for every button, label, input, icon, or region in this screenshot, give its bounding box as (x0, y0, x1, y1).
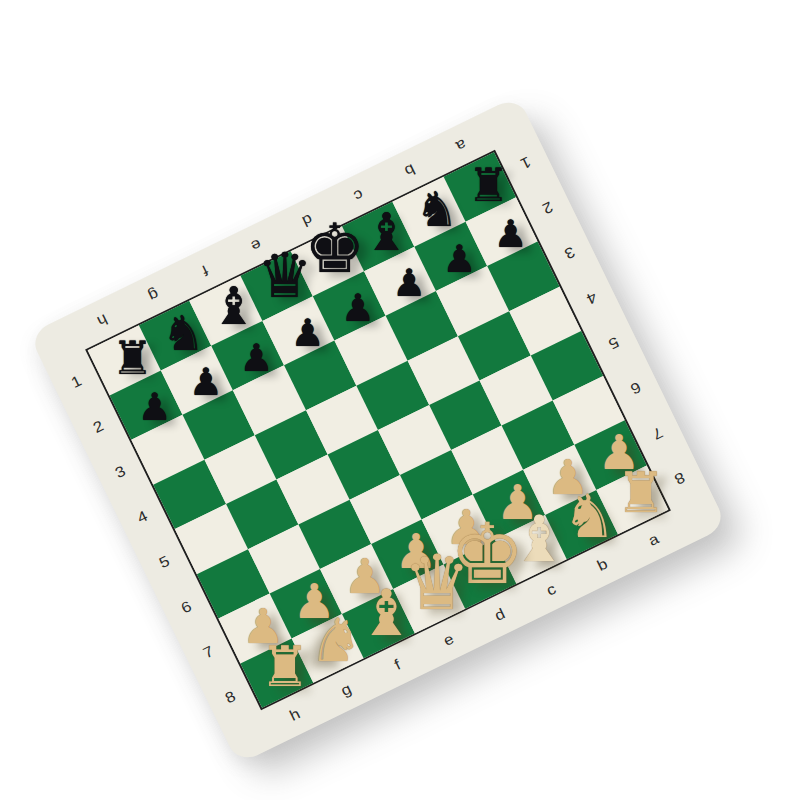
piece-h8-white-rook[interactable]: ♜ (223, 639, 347, 695)
photo-stage: hgfedcba hgfedcba 12345678 12345678 ♜♞♝♚… (0, 0, 800, 800)
chess-mat: hgfedcba hgfedcba 12345678 12345678 ♜♞♝♚… (29, 96, 728, 765)
piece-h2-black-pawn[interactable]: ♟ (92, 388, 216, 426)
